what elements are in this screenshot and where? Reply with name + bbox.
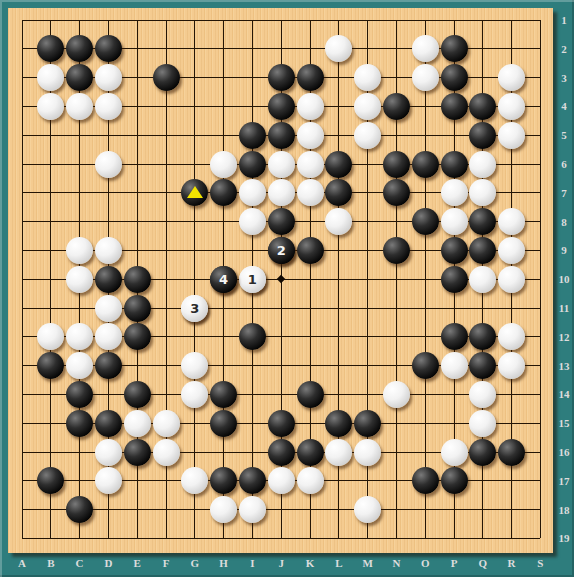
white-stone — [498, 323, 525, 350]
white-stone — [469, 179, 496, 206]
row-label-11: 11 — [555, 301, 573, 315]
black-stone — [441, 467, 468, 494]
white-stone — [268, 467, 295, 494]
white-stone — [66, 93, 93, 120]
black-stone — [441, 237, 468, 264]
white-stone — [210, 151, 237, 178]
column-label-A: A — [12, 557, 32, 570]
black-stone — [239, 323, 266, 350]
row-label-7: 7 — [555, 186, 573, 200]
column-label-K: K — [300, 557, 320, 570]
white-stone — [297, 179, 324, 206]
white-stone — [37, 93, 64, 120]
black-stone — [441, 35, 468, 62]
black-stone — [124, 439, 151, 466]
move-number-label: 1 — [239, 266, 266, 293]
black-stone — [412, 352, 439, 379]
white-stone — [153, 439, 180, 466]
column-label-F: F — [156, 557, 176, 570]
row-label-17: 17 — [555, 474, 573, 488]
white-stone — [37, 64, 64, 91]
move-number-label: 3 — [181, 295, 208, 322]
white-stone — [325, 439, 352, 466]
black-stone — [441, 93, 468, 120]
black-stone — [268, 122, 295, 149]
grid-line-horizontal — [22, 538, 540, 539]
black-stone — [66, 410, 93, 437]
white-stone — [66, 323, 93, 350]
black-stone — [469, 237, 496, 264]
column-label-N: N — [386, 557, 406, 570]
black-stone — [210, 381, 237, 408]
column-label-I: I — [242, 557, 262, 570]
white-stone — [383, 381, 410, 408]
white-stone — [297, 467, 324, 494]
column-label-S: S — [530, 557, 550, 570]
black-stone — [412, 151, 439, 178]
black-stone — [441, 323, 468, 350]
grid-line-horizontal — [22, 394, 540, 395]
white-stone — [181, 352, 208, 379]
black-stone — [210, 410, 237, 437]
white-stone — [498, 208, 525, 235]
black-stone — [239, 151, 266, 178]
grid-line-vertical — [540, 20, 541, 538]
black-stone — [153, 64, 180, 91]
black-stone — [383, 179, 410, 206]
black-stone — [66, 496, 93, 523]
row-label-10: 10 — [555, 272, 573, 286]
white-stone — [441, 208, 468, 235]
white-stone — [354, 93, 381, 120]
black-stone — [469, 122, 496, 149]
black-stone — [354, 410, 381, 437]
black-stone — [469, 352, 496, 379]
white-stone — [441, 179, 468, 206]
row-label-5: 5 — [555, 128, 573, 142]
black-stone — [412, 467, 439, 494]
column-label-L: L — [329, 557, 349, 570]
black-stone — [124, 266, 151, 293]
column-label-O: O — [415, 557, 435, 570]
white-stone — [441, 352, 468, 379]
black-stone — [441, 64, 468, 91]
black-stone-numbered: 2 — [268, 237, 295, 264]
white-stone-numbered: 1 — [239, 266, 266, 293]
white-stone — [95, 151, 122, 178]
row-label-8: 8 — [555, 215, 573, 229]
white-stone — [325, 35, 352, 62]
go-app-window: 1234 ABCDEFGHIJKLMNOPQRS 123456789101112… — [0, 0, 574, 577]
black-stone — [325, 179, 352, 206]
black-stone — [297, 64, 324, 91]
black-stone — [95, 410, 122, 437]
row-label-2: 2 — [555, 42, 573, 56]
black-stone — [66, 35, 93, 62]
white-stone — [95, 439, 122, 466]
black-stone — [66, 64, 93, 91]
black-stone — [210, 179, 237, 206]
white-stone — [297, 151, 324, 178]
column-label-J: J — [271, 557, 291, 570]
white-stone — [95, 467, 122, 494]
white-stone — [95, 93, 122, 120]
grid-line-horizontal — [22, 509, 540, 510]
white-stone — [95, 295, 122, 322]
white-stone — [181, 381, 208, 408]
row-label-15: 15 — [555, 416, 573, 430]
black-stone — [239, 122, 266, 149]
black-stone — [469, 208, 496, 235]
column-label-Q: Q — [473, 557, 493, 570]
column-label-D: D — [98, 557, 118, 570]
white-stone — [37, 323, 64, 350]
white-stone — [66, 266, 93, 293]
column-label-E: E — [127, 557, 147, 570]
row-label-3: 3 — [555, 71, 573, 85]
row-label-6: 6 — [555, 157, 573, 171]
white-stone — [239, 179, 266, 206]
black-stone — [383, 93, 410, 120]
white-stone — [95, 64, 122, 91]
white-stone — [124, 410, 151, 437]
row-label-13: 13 — [555, 359, 573, 373]
white-stone — [239, 496, 266, 523]
white-stone — [354, 122, 381, 149]
black-stone — [412, 208, 439, 235]
black-stone — [124, 381, 151, 408]
white-stone — [469, 381, 496, 408]
black-stone — [469, 323, 496, 350]
grid-line-vertical — [425, 20, 426, 538]
white-stone — [412, 64, 439, 91]
white-stone — [498, 237, 525, 264]
white-stone — [95, 323, 122, 350]
column-label-M: M — [358, 557, 378, 570]
white-stone — [498, 93, 525, 120]
column-label-G: G — [185, 557, 205, 570]
white-stone — [498, 64, 525, 91]
column-label-H: H — [214, 557, 234, 570]
white-stone — [153, 410, 180, 437]
white-stone — [354, 439, 381, 466]
white-stone — [354, 64, 381, 91]
move-number-label: 2 — [268, 237, 295, 264]
white-stone — [297, 93, 324, 120]
row-label-1: 1 — [555, 13, 573, 27]
move-number-label: 4 — [210, 266, 237, 293]
white-stone — [441, 439, 468, 466]
black-stone — [37, 467, 64, 494]
column-label-P: P — [444, 557, 464, 570]
row-label-9: 9 — [555, 243, 573, 257]
black-stone — [325, 151, 352, 178]
white-stone — [498, 266, 525, 293]
row-label-4: 4 — [555, 99, 573, 113]
white-stone — [325, 208, 352, 235]
black-stone — [469, 439, 496, 466]
white-stone — [181, 467, 208, 494]
black-stone — [37, 352, 64, 379]
column-label-R: R — [502, 557, 522, 570]
row-label-19: 19 — [555, 531, 573, 545]
black-stone — [498, 439, 525, 466]
white-stone — [239, 208, 266, 235]
black-stone — [268, 410, 295, 437]
row-label-16: 16 — [555, 445, 573, 459]
row-label-12: 12 — [555, 330, 573, 344]
column-label-B: B — [41, 557, 61, 570]
black-stone — [268, 439, 295, 466]
white-stone — [268, 179, 295, 206]
black-stone-numbered: 4 — [210, 266, 237, 293]
white-stone — [469, 410, 496, 437]
black-stone — [95, 266, 122, 293]
triangle-marker-icon — [187, 186, 203, 198]
black-stone — [239, 467, 266, 494]
star-point — [277, 275, 285, 283]
white-stone — [297, 122, 324, 149]
black-stone — [37, 35, 64, 62]
white-stone — [268, 151, 295, 178]
black-stone — [268, 208, 295, 235]
white-stone — [498, 352, 525, 379]
black-stone — [383, 237, 410, 264]
black-stone — [268, 64, 295, 91]
white-stone — [66, 237, 93, 264]
black-stone — [383, 151, 410, 178]
black-stone — [297, 439, 324, 466]
black-stone — [325, 410, 352, 437]
column-label-C: C — [70, 557, 90, 570]
row-label-18: 18 — [555, 503, 573, 517]
go-board[interactable]: 1234 — [8, 8, 553, 553]
black-stone — [124, 295, 151, 322]
black-stone — [95, 35, 122, 62]
white-stone — [469, 266, 496, 293]
row-label-14: 14 — [555, 387, 573, 401]
black-stone — [210, 467, 237, 494]
black-stone — [441, 151, 468, 178]
black-stone — [297, 381, 324, 408]
black-stone — [441, 266, 468, 293]
white-stone — [354, 496, 381, 523]
black-stone — [124, 323, 151, 350]
black-stone — [469, 93, 496, 120]
white-stone — [498, 122, 525, 149]
white-stone — [95, 237, 122, 264]
black-stone — [268, 93, 295, 120]
white-stone — [412, 35, 439, 62]
black-stone — [66, 381, 93, 408]
black-stone — [297, 237, 324, 264]
black-stone — [95, 352, 122, 379]
white-stone-numbered: 3 — [181, 295, 208, 322]
white-stone — [66, 352, 93, 379]
white-stone — [469, 151, 496, 178]
white-stone — [210, 496, 237, 523]
